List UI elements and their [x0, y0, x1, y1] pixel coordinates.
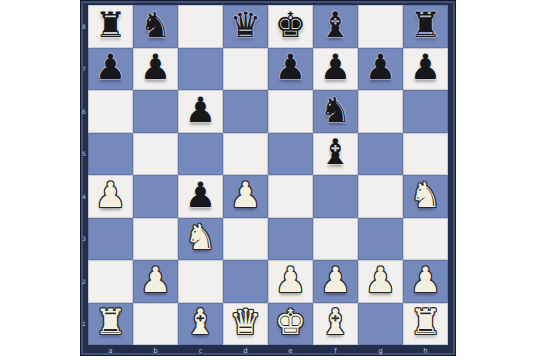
square-e3[interactable] — [268, 218, 313, 261]
square-h8[interactable]: ♜ — [403, 5, 448, 48]
rank-label-7: 7 — [80, 48, 88, 91]
rank-label-1: 1 — [80, 303, 88, 346]
square-a7[interactable]: ♟ — [88, 48, 133, 91]
white-pawn[interactable]: ♟ — [320, 263, 351, 298]
square-h1[interactable]: ♜ — [403, 303, 448, 346]
file-label-g: g — [358, 345, 403, 356]
square-d5[interactable] — [223, 133, 268, 176]
black-pawn[interactable]: ♟ — [95, 50, 126, 85]
square-b2[interactable]: ♟ — [133, 260, 178, 303]
square-e6[interactable] — [268, 90, 313, 133]
square-f8[interactable]: ♝ — [313, 5, 358, 48]
white-rook[interactable]: ♜ — [95, 305, 126, 340]
square-e1[interactable]: ♚ — [268, 303, 313, 346]
square-d4[interactable]: ♟ — [223, 175, 268, 218]
square-g6[interactable] — [358, 90, 403, 133]
black-pawn[interactable]: ♟ — [185, 93, 216, 128]
file-label-b: b — [133, 345, 178, 356]
black-pawn[interactable]: ♟ — [140, 50, 171, 85]
black-bishop[interactable]: ♝ — [320, 135, 351, 170]
square-e4[interactable] — [268, 175, 313, 218]
square-a4[interactable]: ♟ — [88, 175, 133, 218]
square-h4[interactable]: ♞ — [403, 175, 448, 218]
square-b4[interactable] — [133, 175, 178, 218]
file-label-c: c — [178, 345, 223, 356]
file-label-a: a — [88, 345, 133, 356]
square-f1[interactable]: ♝ — [313, 303, 358, 346]
square-c5[interactable] — [178, 133, 223, 176]
file-label-f: f — [313, 345, 358, 356]
black-pawn[interactable]: ♟ — [365, 50, 396, 85]
square-f4[interactable] — [313, 175, 358, 218]
white-pawn[interactable]: ♟ — [365, 263, 396, 298]
white-pawn[interactable]: ♟ — [95, 178, 126, 213]
square-d7[interactable] — [223, 48, 268, 91]
square-d3[interactable] — [223, 218, 268, 261]
white-queen[interactable]: ♛ — [230, 305, 261, 340]
black-bishop[interactable]: ♝ — [320, 8, 351, 43]
square-g5[interactable] — [358, 133, 403, 176]
square-f3[interactable] — [313, 218, 358, 261]
square-c1[interactable]: ♝ — [178, 303, 223, 346]
square-h5[interactable] — [403, 133, 448, 176]
square-c4[interactable]: ♟ — [178, 175, 223, 218]
square-h7[interactable]: ♟ — [403, 48, 448, 91]
white-knight[interactable]: ♞ — [185, 220, 216, 255]
square-b5[interactable] — [133, 133, 178, 176]
white-pawn[interactable]: ♟ — [410, 263, 441, 298]
chess-app: 87654321 abcdefgh ♜♞♛♚♝♜♟♟♟♟♟♟♟♞♝♟♟♟♞♞♟♟… — [0, 0, 540, 360]
white-bishop[interactable]: ♝ — [320, 305, 351, 340]
square-c3[interactable]: ♞ — [178, 218, 223, 261]
square-d6[interactable] — [223, 90, 268, 133]
square-f2[interactable]: ♟ — [313, 260, 358, 303]
square-c8[interactable] — [178, 5, 223, 48]
square-g3[interactable] — [358, 218, 403, 261]
white-knight[interactable]: ♞ — [410, 178, 441, 213]
square-h3[interactable] — [403, 218, 448, 261]
white-pawn[interactable]: ♟ — [230, 178, 261, 213]
square-g7[interactable]: ♟ — [358, 48, 403, 91]
square-b8[interactable]: ♞ — [133, 5, 178, 48]
black-pawn[interactable]: ♟ — [320, 50, 351, 85]
black-pawn[interactable]: ♟ — [275, 50, 306, 85]
square-e8[interactable]: ♚ — [268, 5, 313, 48]
chess-board: ♜♞♛♚♝♜♟♟♟♟♟♟♟♞♝♟♟♟♞♞♟♟♟♟♟♜♝♛♚♝♜ — [88, 5, 448, 345]
square-b1[interactable] — [133, 303, 178, 346]
square-c7[interactable] — [178, 48, 223, 91]
rank-label-5: 5 — [80, 133, 88, 176]
rank-labels: 87654321 — [80, 5, 88, 345]
black-pawn[interactable]: ♟ — [410, 50, 441, 85]
file-label-h: h — [403, 345, 448, 356]
black-knight[interactable]: ♞ — [140, 8, 171, 43]
black-knight[interactable]: ♞ — [320, 93, 351, 128]
square-f6[interactable]: ♞ — [313, 90, 358, 133]
square-b6[interactable] — [133, 90, 178, 133]
white-pawn[interactable]: ♟ — [140, 263, 171, 298]
file-labels: abcdefgh — [88, 345, 448, 356]
file-label-d: d — [223, 345, 268, 356]
rank-label-6: 6 — [80, 90, 88, 133]
white-bishop[interactable]: ♝ — [185, 305, 216, 340]
square-e5[interactable] — [268, 133, 313, 176]
black-rook[interactable]: ♜ — [95, 8, 126, 43]
black-queen[interactable]: ♛ — [230, 8, 261, 43]
square-b7[interactable]: ♟ — [133, 48, 178, 91]
file-label-e: e — [268, 345, 313, 356]
square-a6[interactable] — [88, 90, 133, 133]
square-b3[interactable] — [133, 218, 178, 261]
square-a3[interactable] — [88, 218, 133, 261]
square-f7[interactable]: ♟ — [313, 48, 358, 91]
rank-label-8: 8 — [80, 5, 88, 48]
square-e2[interactable]: ♟ — [268, 260, 313, 303]
square-g1[interactable] — [358, 303, 403, 346]
square-e7[interactable]: ♟ — [268, 48, 313, 91]
square-h2[interactable]: ♟ — [403, 260, 448, 303]
square-h6[interactable] — [403, 90, 448, 133]
square-a2[interactable] — [88, 260, 133, 303]
square-g8[interactable] — [358, 5, 403, 48]
square-d1[interactable]: ♛ — [223, 303, 268, 346]
rank-label-2: 2 — [80, 260, 88, 303]
black-rook[interactable]: ♜ — [410, 8, 441, 43]
white-pawn[interactable]: ♟ — [275, 263, 306, 298]
black-pawn[interactable]: ♟ — [185, 178, 216, 213]
board-frame: 87654321 abcdefgh ♜♞♛♚♝♜♟♟♟♟♟♟♟♞♝♟♟♟♞♞♟♟… — [80, 0, 456, 356]
rank-label-3: 3 — [80, 218, 88, 261]
black-king[interactable]: ♚ — [275, 8, 306, 43]
rank-label-4: 4 — [80, 175, 88, 218]
square-g4[interactable] — [358, 175, 403, 218]
square-a8[interactable]: ♜ — [88, 5, 133, 48]
square-d2[interactable] — [223, 260, 268, 303]
square-c6[interactable]: ♟ — [178, 90, 223, 133]
square-g2[interactable]: ♟ — [358, 260, 403, 303]
square-c2[interactable] — [178, 260, 223, 303]
square-f5[interactable]: ♝ — [313, 133, 358, 176]
square-d8[interactable]: ♛ — [223, 5, 268, 48]
white-rook[interactable]: ♜ — [410, 305, 441, 340]
white-king[interactable]: ♚ — [275, 305, 306, 340]
square-a5[interactable] — [88, 133, 133, 176]
square-a1[interactable]: ♜ — [88, 303, 133, 346]
